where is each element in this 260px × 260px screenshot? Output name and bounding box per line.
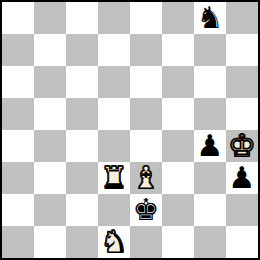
square-f8[interactable] [162, 2, 194, 34]
square-c3[interactable] [66, 162, 98, 194]
square-b6[interactable] [34, 66, 66, 98]
square-d1[interactable]: ♞ [98, 226, 130, 258]
white-rook: ♜ [98, 162, 130, 194]
square-f4[interactable] [162, 130, 194, 162]
white-bishop: ♝ [130, 162, 162, 194]
square-d2[interactable] [98, 194, 130, 226]
square-g3[interactable] [194, 162, 226, 194]
square-e7[interactable] [130, 34, 162, 66]
square-e4[interactable] [130, 130, 162, 162]
square-c8[interactable] [66, 2, 98, 34]
square-h5[interactable] [226, 98, 258, 130]
square-c2[interactable] [66, 194, 98, 226]
square-e8[interactable] [130, 2, 162, 34]
square-c4[interactable] [66, 130, 98, 162]
square-a6[interactable] [2, 66, 34, 98]
square-g2[interactable] [194, 194, 226, 226]
square-d4[interactable] [98, 130, 130, 162]
white-knight: ♞ [98, 226, 130, 258]
square-h4[interactable]: ♚ [226, 130, 258, 162]
square-a2[interactable] [2, 194, 34, 226]
square-f1[interactable] [162, 226, 194, 258]
square-g7[interactable] [194, 34, 226, 66]
square-f6[interactable] [162, 66, 194, 98]
square-g8[interactable]: ♞ [194, 2, 226, 34]
square-a4[interactable] [2, 130, 34, 162]
square-c5[interactable] [66, 98, 98, 130]
square-d3[interactable]: ♜ [98, 162, 130, 194]
white-king: ♚ [226, 130, 258, 162]
square-d8[interactable] [98, 2, 130, 34]
square-g5[interactable] [194, 98, 226, 130]
square-c6[interactable] [66, 66, 98, 98]
square-h2[interactable] [226, 194, 258, 226]
square-f3[interactable] [162, 162, 194, 194]
square-f5[interactable] [162, 98, 194, 130]
square-b8[interactable] [34, 2, 66, 34]
square-g4[interactable]: ♟ [194, 130, 226, 162]
square-e1[interactable] [130, 226, 162, 258]
square-c1[interactable] [66, 226, 98, 258]
square-a3[interactable] [2, 162, 34, 194]
black-pawn: ♟ [226, 162, 258, 194]
square-c7[interactable] [66, 34, 98, 66]
square-f7[interactable] [162, 34, 194, 66]
square-b4[interactable] [34, 130, 66, 162]
square-h7[interactable] [226, 34, 258, 66]
black-pawn: ♟ [194, 130, 226, 162]
square-e5[interactable] [130, 98, 162, 130]
square-a7[interactable] [2, 34, 34, 66]
square-g6[interactable] [194, 66, 226, 98]
black-king: ♚ [130, 194, 162, 226]
square-b1[interactable] [34, 226, 66, 258]
square-a5[interactable] [2, 98, 34, 130]
square-f2[interactable] [162, 194, 194, 226]
square-h8[interactable] [226, 2, 258, 34]
square-d6[interactable] [98, 66, 130, 98]
square-a1[interactable] [2, 226, 34, 258]
square-b2[interactable] [34, 194, 66, 226]
square-h1[interactable] [226, 226, 258, 258]
square-b5[interactable] [34, 98, 66, 130]
square-e2[interactable]: ♚ [130, 194, 162, 226]
square-b3[interactable] [34, 162, 66, 194]
square-e6[interactable] [130, 66, 162, 98]
square-h3[interactable]: ♟ [226, 162, 258, 194]
square-b7[interactable] [34, 34, 66, 66]
square-a8[interactable] [2, 2, 34, 34]
square-d5[interactable] [98, 98, 130, 130]
square-g1[interactable] [194, 226, 226, 258]
chess-board: ♞♟♚♜♝♟♚♞ [0, 0, 260, 260]
square-d7[interactable] [98, 34, 130, 66]
square-e3[interactable]: ♝ [130, 162, 162, 194]
square-h6[interactable] [226, 66, 258, 98]
black-knight: ♞ [194, 2, 226, 34]
